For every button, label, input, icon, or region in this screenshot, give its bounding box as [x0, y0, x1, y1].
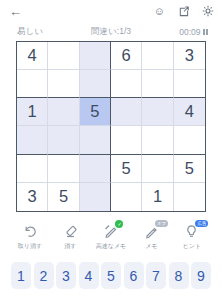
cell-r1c5[interactable]: [142, 42, 173, 70]
lightbulb-icon: 広告: [184, 224, 199, 239]
cell-r5c6[interactable]: 5: [174, 155, 205, 183]
cell-r6c4[interactable]: [111, 183, 142, 211]
cell-r4c3[interactable]: [80, 126, 111, 154]
numpad-button-4[interactable]: 4: [79, 262, 99, 289]
cell-r5c3[interactable]: [80, 155, 111, 183]
numpad-button-9[interactable]: 9: [191, 262, 211, 289]
cell-r5c4[interactable]: 5: [111, 155, 142, 183]
cell-r6c6[interactable]: [174, 183, 205, 211]
undo-icon: [23, 224, 38, 239]
difficulty-label[interactable]: 易しい: [17, 26, 43, 38]
back-button[interactable]: ←: [9, 4, 22, 19]
hint-button[interactable]: 広告 ヒント: [177, 220, 207, 256]
pencil-icon: オフ: [144, 224, 159, 239]
cell-r6c2[interactable]: 5: [48, 183, 79, 211]
numpad-button-3[interactable]: 3: [56, 262, 76, 289]
cell-r2c5[interactable]: [142, 70, 173, 98]
undo-label: 取り消す: [18, 242, 42, 251]
cell-r2c1[interactable]: [17, 70, 48, 98]
cell-r6c3[interactable]: [80, 183, 111, 211]
cell-r3c4[interactable]: [111, 98, 142, 126]
cell-r5c2[interactable]: [48, 155, 79, 183]
status-bar: 易しい 間違い:1/3 00:09: [17, 26, 208, 38]
cell-r3c1[interactable]: 1: [17, 98, 48, 126]
numpad-button-7[interactable]: 7: [146, 262, 166, 289]
cell-r4c2[interactable]: [48, 126, 79, 154]
sudoku-board: 46315455351: [16, 41, 206, 212]
cell-r4c4[interactable]: [111, 126, 142, 154]
cell-r2c6[interactable]: [174, 70, 205, 98]
number-pad: 123456789: [0, 262, 222, 289]
erase-label: 消す: [64, 242, 76, 251]
cell-r4c5[interactable]: [142, 126, 173, 154]
fast-notes-label: 高速なメモ: [96, 242, 126, 251]
cell-r4c6[interactable]: [174, 126, 205, 154]
hint-label: ヒント: [183, 242, 201, 251]
settings-icon[interactable]: [202, 5, 214, 17]
notes-label: メモ: [145, 242, 157, 251]
timer: 00:09: [179, 27, 200, 37]
toolbar: 取り消す 消す ✓ 高速なメモ オフ メモ: [0, 220, 222, 256]
cell-r3c5[interactable]: [142, 98, 173, 126]
fast-notes-on-badge: ✓: [115, 220, 123, 228]
notes-off-badge: オフ: [155, 220, 168, 227]
cell-r5c5[interactable]: [142, 155, 173, 183]
cell-r2c4[interactable]: [111, 70, 142, 98]
notes-button[interactable]: オフ メモ: [137, 220, 167, 256]
numpad-button-6[interactable]: 6: [124, 262, 144, 289]
cell-r3c2[interactable]: [48, 98, 79, 126]
cell-r2c2[interactable]: [48, 70, 79, 98]
fast-notes-button[interactable]: ✓ 高速なメモ: [96, 220, 126, 256]
cell-r6c5[interactable]: 1: [142, 183, 173, 211]
pause-icon[interactable]: [203, 29, 208, 35]
cell-r1c6[interactable]: 3: [174, 42, 205, 70]
top-navigation: ← ☺: [0, 0, 222, 24]
numpad-button-1[interactable]: 1: [11, 262, 31, 289]
numpad-button-8[interactable]: 8: [169, 262, 189, 289]
share-icon[interactable]: [178, 6, 189, 17]
mistakes-counter: 間違い:1/3: [91, 26, 131, 38]
numpad-button-5[interactable]: 5: [101, 262, 121, 289]
cell-r3c6[interactable]: 4: [174, 98, 205, 126]
cell-r4c1[interactable]: [17, 126, 48, 154]
erase-button[interactable]: 消す: [55, 220, 85, 256]
cell-r1c3[interactable]: [80, 42, 111, 70]
numpad-button-2[interactable]: 2: [34, 262, 54, 289]
hint-ad-badge: 広告: [195, 220, 208, 227]
pencil-icon: ✓: [103, 224, 118, 239]
smiley-icon[interactable]: ☺: [154, 5, 165, 17]
cell-r1c4[interactable]: 6: [111, 42, 142, 70]
cell-r1c1[interactable]: 4: [17, 42, 48, 70]
undo-button[interactable]: 取り消す: [15, 220, 45, 256]
cell-r1c2[interactable]: [48, 42, 79, 70]
cell-r2c3[interactable]: [80, 70, 111, 98]
eraser-icon: [63, 224, 78, 239]
nav-icon-group: ☺: [154, 5, 214, 17]
cell-r6c1[interactable]: 3: [17, 183, 48, 211]
cell-r3c3[interactable]: 5: [80, 98, 111, 126]
cell-r5c1[interactable]: [17, 155, 48, 183]
